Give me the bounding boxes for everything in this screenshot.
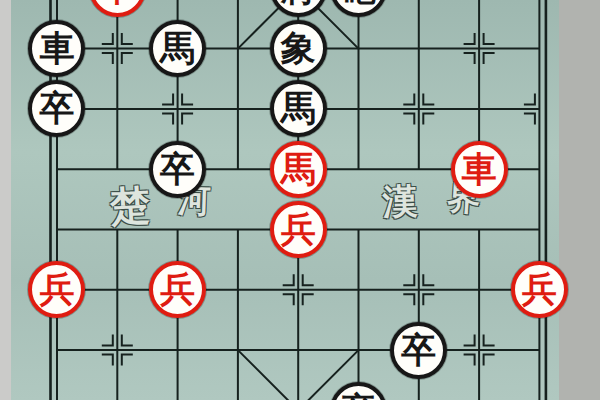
piece-glyph: 卒 (39, 90, 74, 127)
piece-black-general[interactable]: 將 (270, 0, 327, 17)
piece-red-chariot-b[interactable]: 車 (451, 141, 508, 198)
piece-glyph: 馬 (281, 151, 316, 188)
piece-red-chariot-a[interactable]: 車 (89, 0, 146, 17)
piece-red-soldier-a[interactable]: 兵 (270, 201, 327, 258)
piece-black-elephant[interactable]: 象 (270, 20, 327, 77)
piece-red-horse[interactable]: 馬 (270, 141, 327, 198)
piece-glyph: 兵 (160, 271, 195, 308)
piece-glyph: 象 (281, 30, 316, 67)
piece-black-soldier-b[interactable]: 卒 (149, 141, 206, 198)
piece-black-chariot[interactable]: 車 (28, 20, 85, 77)
piece-glyph: 兵 (281, 211, 316, 248)
piece-glyph: 馬 (281, 90, 316, 127)
piece-black-horse-b[interactable]: 馬 (270, 80, 327, 137)
piece-black-soldier-a[interactable]: 卒 (28, 80, 85, 137)
piece-black-soldier-c[interactable]: 卒 (390, 322, 447, 379)
piece-glyph: 砲 (341, 0, 376, 7)
piece-glyph: 將 (281, 0, 316, 7)
piece-black-horse-a[interactable]: 馬 (149, 20, 206, 77)
piece-glyph: 車 (462, 151, 497, 188)
piece-glyph: 卒 (401, 332, 436, 369)
piece-black-soldier-d[interactable]: 卒 (330, 382, 387, 400)
piece-glyph: 兵 (39, 271, 74, 308)
piece-glyph: 馬 (160, 30, 195, 67)
piece-glyph: 車 (39, 30, 74, 67)
xiangqi-board-screen: 楚 河 漢 界 車將砲車馬象卒馬卒馬車兵兵兵兵卒卒 (0, 0, 600, 400)
piece-red-soldier-b[interactable]: 兵 (28, 261, 85, 318)
pieces-grid: 車將砲車馬象卒馬卒馬車兵兵兵兵卒卒 (27, 0, 570, 400)
piece-glyph: 卒 (160, 151, 195, 188)
piece-black-cannon[interactable]: 砲 (330, 0, 387, 17)
piece-glyph: 兵 (522, 271, 557, 308)
piece-glyph: 卒 (341, 392, 376, 400)
piece-red-soldier-d[interactable]: 兵 (511, 261, 568, 318)
piece-glyph: 車 (100, 0, 135, 7)
piece-red-soldier-c[interactable]: 兵 (149, 261, 206, 318)
